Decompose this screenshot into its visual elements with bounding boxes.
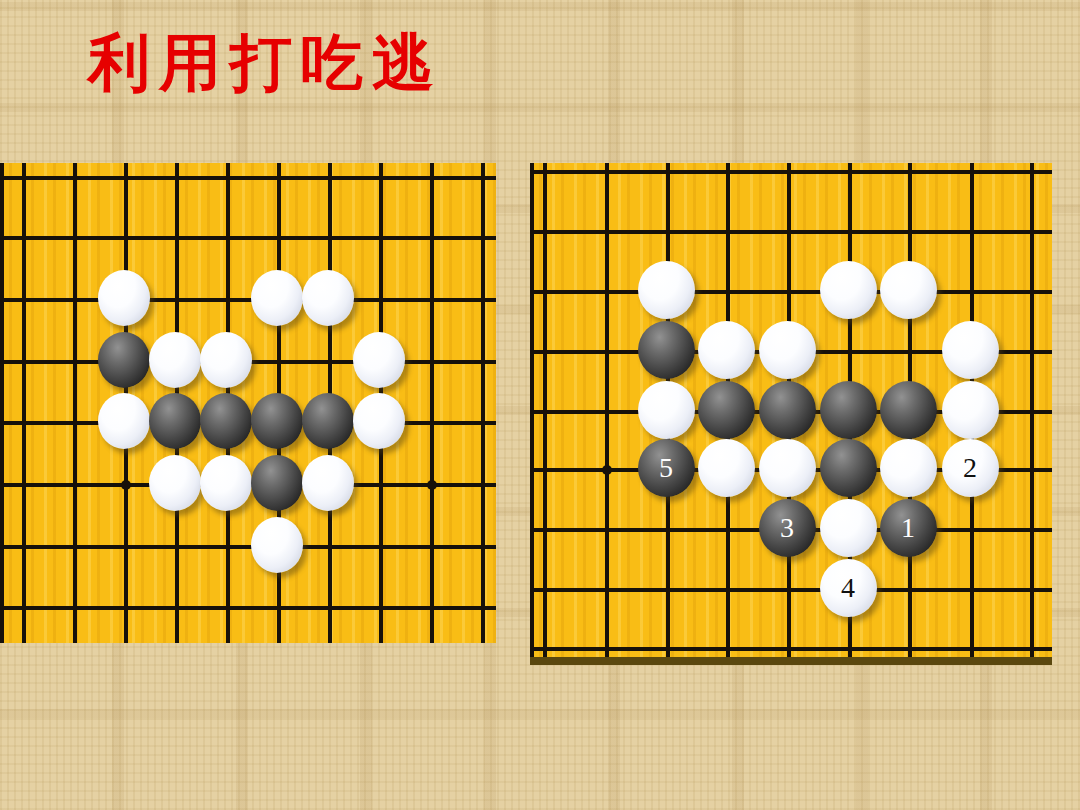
stone-black-move-5: 5 bbox=[638, 439, 695, 497]
stone-white bbox=[251, 270, 303, 326]
go-board-right-diagram: 52314 bbox=[530, 163, 1052, 665]
grid-line-horizontal bbox=[530, 290, 1052, 294]
stone-black bbox=[98, 332, 150, 388]
stone-black-move-1: 1 bbox=[880, 499, 937, 557]
grid-line-vertical bbox=[0, 163, 4, 643]
stone-black bbox=[698, 381, 755, 439]
grid-line-horizontal bbox=[0, 545, 496, 549]
stone-white bbox=[98, 393, 150, 449]
star-point bbox=[427, 480, 437, 490]
slide-title: 利用打吃逃 bbox=[88, 30, 443, 95]
go-board-left-diagram bbox=[0, 163, 496, 643]
stone-white bbox=[302, 455, 354, 511]
stone-black bbox=[200, 393, 252, 449]
stone-black bbox=[302, 393, 354, 449]
grid-line-horizontal bbox=[530, 647, 1052, 651]
stone-black bbox=[251, 393, 303, 449]
move-number-label: 2 bbox=[963, 454, 977, 482]
stone-white bbox=[200, 332, 252, 388]
grid-line-vertical bbox=[22, 163, 26, 643]
stone-white-move-4: 4 bbox=[820, 559, 877, 617]
stone-white bbox=[759, 439, 816, 497]
stone-white bbox=[200, 455, 252, 511]
stone-white bbox=[638, 381, 695, 439]
stone-white bbox=[820, 499, 877, 557]
stone-white bbox=[698, 321, 755, 379]
stone-white bbox=[942, 321, 999, 379]
grid-line-horizontal bbox=[530, 230, 1052, 234]
lesson-slide: 利用打吃逃 52314 bbox=[0, 0, 1080, 810]
stone-white bbox=[149, 332, 201, 388]
stone-white bbox=[880, 261, 937, 319]
stone-black bbox=[880, 381, 937, 439]
stone-black bbox=[759, 381, 816, 439]
grid-line-horizontal bbox=[0, 606, 496, 610]
grid-line-horizontal bbox=[530, 170, 1052, 174]
move-number-label: 4 bbox=[841, 574, 855, 602]
stone-white bbox=[251, 517, 303, 573]
stone-black bbox=[638, 321, 695, 379]
stone-white bbox=[149, 455, 201, 511]
stone-white-move-2: 2 bbox=[942, 439, 999, 497]
stone-black bbox=[820, 439, 877, 497]
stone-white bbox=[302, 270, 354, 326]
move-number-label: 5 bbox=[659, 454, 673, 482]
move-number-label: 3 bbox=[780, 514, 794, 542]
grid-line-vertical bbox=[430, 163, 434, 643]
grid-line-horizontal bbox=[0, 298, 496, 302]
move-number-label: 1 bbox=[901, 514, 915, 542]
star-point bbox=[121, 480, 131, 490]
grid-line-vertical bbox=[481, 163, 485, 643]
stone-black bbox=[251, 455, 303, 511]
stone-white bbox=[98, 270, 150, 326]
stone-white bbox=[353, 393, 405, 449]
stone-white bbox=[638, 261, 695, 319]
stone-white bbox=[880, 439, 937, 497]
grid-line-horizontal bbox=[0, 236, 496, 240]
stone-white bbox=[759, 321, 816, 379]
grid-line-horizontal bbox=[530, 588, 1052, 592]
star-point bbox=[602, 465, 612, 475]
stone-white bbox=[353, 332, 405, 388]
stone-black bbox=[149, 393, 201, 449]
stone-white bbox=[942, 381, 999, 439]
stone-white bbox=[820, 261, 877, 319]
stone-black-move-3: 3 bbox=[759, 499, 816, 557]
stone-black bbox=[820, 381, 877, 439]
grid-line-horizontal bbox=[0, 176, 496, 180]
stone-white bbox=[698, 439, 755, 497]
grid-line-vertical bbox=[73, 163, 77, 643]
